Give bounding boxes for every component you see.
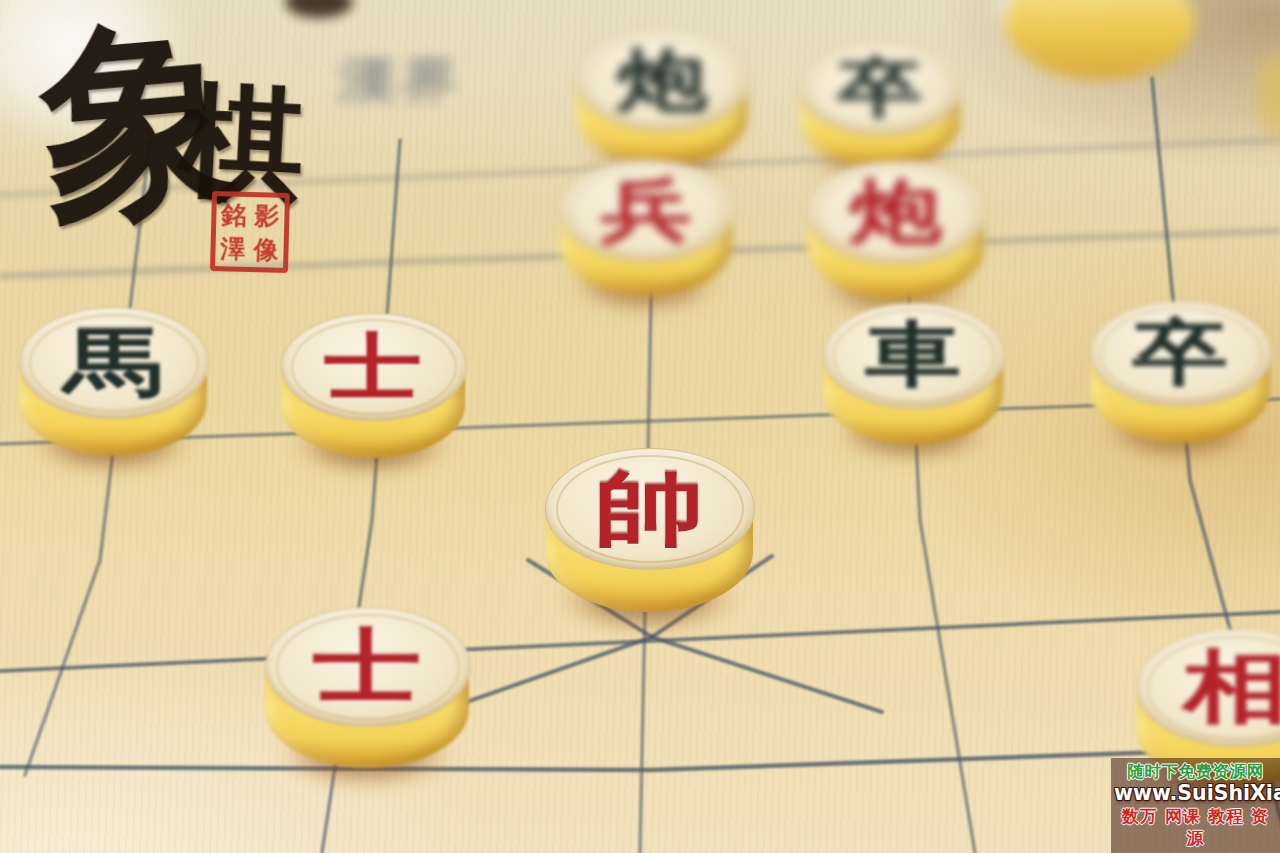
piece-black-soldier-right[interactable]: 卒 — [1090, 301, 1270, 443]
piece-glyph: 車 — [823, 316, 1003, 393]
seal-char-4: 像 — [253, 237, 279, 263]
piece-red-cannon[interactable]: 炮 — [808, 161, 984, 300]
piece-red-soldier[interactable]: 兵 — [560, 160, 732, 296]
piece-glyph: 卒 — [1090, 314, 1270, 391]
watermark-site-tagline: 数万 网课 教程 资源 — [1114, 805, 1277, 849]
piece-glyph: 士 — [281, 326, 465, 405]
piece-glyph: 炮 — [576, 43, 748, 117]
piece-red-advisor-lower[interactable]: 士 — [265, 607, 469, 768]
piece-glyph: 士 — [265, 622, 469, 710]
piece-black-soldier-far[interactable]: 卒 — [800, 42, 960, 168]
photographer-red-seal: 銘 影 澤 像 — [210, 191, 290, 273]
piece-glyph: 相 — [1136, 644, 1280, 730]
board-river-inscription: 漢界 — [338, 48, 465, 114]
watermark-site-name: 随时下免费资源网 — [1114, 761, 1277, 782]
piece-red-general[interactable]: 帥 — [545, 448, 753, 612]
site-watermark: 随时下免费资源网 www.SuiShiXia.com 数万 网课 教程 资源 — [1111, 758, 1280, 853]
seal-char-3: 澤 — [220, 236, 246, 262]
seal-char-2: 影 — [254, 203, 280, 229]
piece-black-horse[interactable]: 馬 — [19, 307, 207, 456]
piece-glyph: 兵 — [560, 173, 732, 247]
seal-char-1: 銘 — [221, 202, 247, 228]
piece-red-advisor-upper[interactable]: 士 — [281, 313, 465, 458]
piece-glyph: 馬 — [19, 322, 207, 403]
piece-glyph: 帥 — [545, 463, 753, 552]
piece-glyph: 卒 — [800, 54, 960, 123]
piece-black-chariot[interactable]: 車 — [823, 303, 1003, 445]
piece-glyph: 炮 — [808, 174, 984, 250]
piece-black-cannon-far[interactable]: 炮 — [576, 30, 748, 166]
watermark-site-url: www.SuiShiXia.com — [1114, 782, 1277, 805]
xiangqi-board-photo: 漢界 炮卒兵炮馬士車卒帥士相 象 棋 銘 影 澤 像 随时下免费资源网 www.… — [0, 0, 1280, 853]
